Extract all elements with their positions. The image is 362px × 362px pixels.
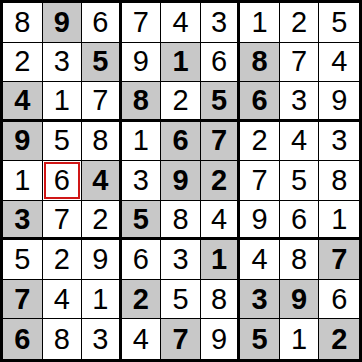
sudoku-cell-r6c3[interactable]: 2	[82, 201, 122, 241]
sudoku-cell-r7c8[interactable]: 8	[280, 240, 320, 280]
sudoku-cell-r6c5[interactable]: 8	[161, 201, 201, 241]
sudoku-cell-r4c5[interactable]: 6	[161, 122, 201, 162]
sudoku-cell-r1c2[interactable]: 9	[43, 3, 83, 43]
sudoku-cell-r1c6[interactable]: 3	[201, 3, 241, 43]
sudoku-cell-r6c9[interactable]: 1	[319, 201, 359, 241]
sudoku-cell-r2c7[interactable]: 8	[240, 43, 280, 83]
sudoku-cell-r8c1[interactable]: 7	[3, 280, 43, 320]
sudoku-cell-r3c6[interactable]: 5	[201, 82, 241, 122]
sudoku-cell-r5c9[interactable]: 8	[319, 161, 359, 201]
sudoku-cell-r3c9[interactable]: 9	[319, 82, 359, 122]
sudoku-cell-r8c5[interactable]: 5	[161, 280, 201, 320]
sudoku-cell-r9c3[interactable]: 3	[82, 319, 122, 359]
sudoku-cell-r7c2[interactable]: 2	[43, 240, 83, 280]
sudoku-cell-r1c5[interactable]: 4	[161, 3, 201, 43]
sudoku-cell-r9c4[interactable]: 4	[122, 319, 162, 359]
sudoku-cell-r1c9[interactable]: 5	[319, 3, 359, 43]
sudoku-cell-r4c3[interactable]: 8	[82, 122, 122, 162]
sudoku-cell-r9c9[interactable]: 2	[319, 319, 359, 359]
sudoku-cell-r2c3[interactable]: 5	[82, 43, 122, 83]
sudoku-cell-r6c7[interactable]: 9	[240, 201, 280, 241]
sudoku-cell-r3c3[interactable]: 7	[82, 82, 122, 122]
sudoku-cell-r6c8[interactable]: 6	[280, 201, 320, 241]
sudoku-cell-r2c9[interactable]: 4	[319, 43, 359, 83]
sudoku-cell-r8c3[interactable]: 1	[82, 280, 122, 320]
sudoku-cell-r8c9[interactable]: 6	[319, 280, 359, 320]
sudoku-cell-r8c7[interactable]: 3	[240, 280, 280, 320]
sudoku-cell-r6c6[interactable]: 4	[201, 201, 241, 241]
sudoku-cell-r4c8[interactable]: 4	[280, 122, 320, 162]
sudoku-cell-r8c4[interactable]: 2	[122, 280, 162, 320]
sudoku-cell-r4c2[interactable]: 5	[43, 122, 83, 162]
sudoku-cell-r2c5[interactable]: 1	[161, 43, 201, 83]
sudoku-cell-r5c4[interactable]: 3	[122, 161, 162, 201]
sudoku-cell-r5c8[interactable]: 5	[280, 161, 320, 201]
sudoku-cell-r7c6[interactable]: 1	[201, 240, 241, 280]
sudoku-cell-r9c6[interactable]: 9	[201, 319, 241, 359]
sudoku-cell-r3c5[interactable]: 2	[161, 82, 201, 122]
sudoku-cell-r3c2[interactable]: 1	[43, 82, 83, 122]
sudoku-cell-r3c7[interactable]: 6	[240, 82, 280, 122]
sudoku-cell-r8c6[interactable]: 8	[201, 280, 241, 320]
sudoku-cell-r1c8[interactable]: 2	[280, 3, 320, 43]
sudoku-cell-r9c5[interactable]: 7	[161, 319, 201, 359]
sudoku-cell-r2c1[interactable]: 2	[3, 43, 43, 83]
sudoku-cell-r7c1[interactable]: 5	[3, 240, 43, 280]
sudoku-cell-r1c4[interactable]: 7	[122, 3, 162, 43]
sudoku-cell-r5c2[interactable]: 6	[43, 161, 83, 201]
sudoku-cell-r3c8[interactable]: 3	[280, 82, 320, 122]
sudoku-cell-r6c2[interactable]: 7	[43, 201, 83, 241]
sudoku-cell-r6c4[interactable]: 5	[122, 201, 162, 241]
sudoku-cell-r3c1[interactable]: 4	[3, 82, 43, 122]
sudoku-cell-r4c9[interactable]: 3	[319, 122, 359, 162]
sudoku-cell-r9c2[interactable]: 8	[43, 319, 83, 359]
sudoku-cell-r7c7[interactable]: 4	[240, 240, 280, 280]
sudoku-cell-r6c1[interactable]: 3	[3, 201, 43, 241]
sudoku-cell-r8c8[interactable]: 9	[280, 280, 320, 320]
sudoku-board: 8967431252359168744178256399581672431643…	[0, 0, 362, 362]
sudoku-cell-r1c7[interactable]: 1	[240, 3, 280, 43]
sudoku-cell-r1c3[interactable]: 6	[82, 3, 122, 43]
sudoku-cell-r5c1[interactable]: 1	[3, 161, 43, 201]
sudoku-cell-r9c1[interactable]: 6	[3, 319, 43, 359]
sudoku-cell-r5c3[interactable]: 4	[82, 161, 122, 201]
sudoku-cell-r4c6[interactable]: 7	[201, 122, 241, 162]
sudoku-cell-r1c1[interactable]: 8	[3, 3, 43, 43]
sudoku-cell-r7c4[interactable]: 6	[122, 240, 162, 280]
sudoku-cell-r9c7[interactable]: 5	[240, 319, 280, 359]
sudoku-cell-r4c1[interactable]: 9	[3, 122, 43, 162]
sudoku-cell-r2c8[interactable]: 7	[280, 43, 320, 83]
sudoku-cell-r5c5[interactable]: 9	[161, 161, 201, 201]
sudoku-cell-r7c5[interactable]: 3	[161, 240, 201, 280]
sudoku-cell-r9c8[interactable]: 1	[280, 319, 320, 359]
sudoku-cell-r3c4[interactable]: 8	[122, 82, 162, 122]
sudoku-cell-r2c2[interactable]: 3	[43, 43, 83, 83]
sudoku-cell-r5c7[interactable]: 7	[240, 161, 280, 201]
sudoku-cell-r7c3[interactable]: 9	[82, 240, 122, 280]
sudoku-cell-r4c4[interactable]: 1	[122, 122, 162, 162]
sudoku-cell-r2c6[interactable]: 6	[201, 43, 241, 83]
sudoku-cell-r5c6[interactable]: 2	[201, 161, 241, 201]
sudoku-cell-r7c9[interactable]: 7	[319, 240, 359, 280]
sudoku-cell-r8c2[interactable]: 4	[43, 280, 83, 320]
sudoku-cell-r4c7[interactable]: 2	[240, 122, 280, 162]
sudoku-cell-r2c4[interactable]: 9	[122, 43, 162, 83]
